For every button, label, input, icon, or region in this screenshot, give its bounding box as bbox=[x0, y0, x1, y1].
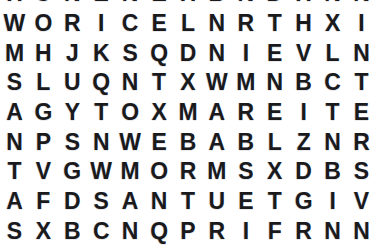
grid-cell[interactable]: K bbox=[87, 38, 116, 68]
grid-cell[interactable]: A bbox=[116, 187, 145, 217]
grid-cell[interactable]: V bbox=[347, 187, 376, 217]
grid-cell[interactable]: N bbox=[347, 217, 376, 247]
grid-cell[interactable]: X bbox=[29, 217, 58, 247]
grid-cell[interactable]: O bbox=[116, 98, 145, 128]
grid-cell[interactable]: N bbox=[87, 127, 116, 157]
grid-cell[interactable]: S bbox=[347, 157, 376, 187]
grid-cell[interactable]: Q bbox=[145, 217, 174, 247]
grid-cell[interactable]: M bbox=[202, 157, 231, 187]
grid-cell[interactable]: X bbox=[145, 98, 174, 128]
grid-cell[interactable]: M bbox=[116, 157, 145, 187]
grid-cell-clipped[interactable]: E bbox=[87, 0, 116, 9]
grid-cell[interactable]: S bbox=[116, 38, 145, 68]
grid-cell[interactable]: B bbox=[174, 127, 203, 157]
grid-cell[interactable]: W bbox=[87, 157, 116, 187]
word-search-grid: HUNENEHBNDHNNWORICELNRTHXIMHJKSQDNIEVLNS… bbox=[0, 0, 376, 246]
grid-cell-clipped[interactable]: H bbox=[0, 0, 29, 9]
grid-cell[interactable]: M bbox=[231, 68, 260, 98]
grid-cell[interactable]: B bbox=[231, 127, 260, 157]
grid-cell[interactable]: N bbox=[318, 127, 347, 157]
grid-cell[interactable]: X bbox=[260, 157, 289, 187]
grid-cell[interactable]: I bbox=[87, 9, 116, 39]
grid-cell[interactable]: I bbox=[318, 187, 347, 217]
grid-cell[interactable]: N bbox=[260, 68, 289, 98]
grid-cell[interactable]: A bbox=[0, 98, 29, 128]
grid-cell[interactable]: P bbox=[174, 217, 203, 247]
grid-cell[interactable]: H bbox=[289, 9, 318, 39]
grid-cell[interactable]: R bbox=[289, 217, 318, 247]
grid-cell[interactable]: E bbox=[260, 98, 289, 128]
grid-cell-clipped[interactable]: N bbox=[318, 0, 347, 9]
grid-cell[interactable]: E bbox=[145, 127, 174, 157]
grid-cell[interactable]: R bbox=[58, 9, 87, 39]
grid-cell[interactable]: C bbox=[116, 9, 145, 39]
grid-cell[interactable]: N bbox=[318, 217, 347, 247]
grid-cell[interactable]: Q bbox=[145, 38, 174, 68]
grid-cell[interactable]: L bbox=[29, 68, 58, 98]
grid-cell[interactable]: D bbox=[174, 38, 203, 68]
grid-cell[interactable]: T bbox=[145, 68, 174, 98]
grid-cell[interactable]: B bbox=[289, 68, 318, 98]
grid-cell[interactable]: U bbox=[58, 68, 87, 98]
grid-cell[interactable]: V bbox=[29, 157, 58, 187]
grid-cell[interactable]: R bbox=[174, 157, 203, 187]
grid-cell[interactable]: J bbox=[58, 38, 87, 68]
grid-cell[interactable]: I bbox=[231, 38, 260, 68]
grid-cell[interactable]: E bbox=[260, 38, 289, 68]
grid-cell[interactable]: X bbox=[318, 9, 347, 39]
grid-cell[interactable]: Z bbox=[289, 127, 318, 157]
grid-cell[interactable]: T bbox=[260, 187, 289, 217]
grid-cell[interactable]: F bbox=[260, 217, 289, 247]
grid-cell[interactable]: I bbox=[231, 217, 260, 247]
grid-cell[interactable]: B bbox=[318, 157, 347, 187]
grid-cell[interactable]: R bbox=[347, 127, 376, 157]
grid-cell[interactable]: T bbox=[174, 187, 203, 217]
grid-cell[interactable]: I bbox=[289, 98, 318, 128]
grid-cell[interactable]: N bbox=[202, 9, 231, 39]
grid-cell[interactable]: N bbox=[145, 187, 174, 217]
grid-cell[interactable]: S bbox=[0, 68, 29, 98]
grid-cell[interactable]: L bbox=[318, 38, 347, 68]
grid-cell[interactable]: H bbox=[29, 38, 58, 68]
grid-cell[interactable]: P bbox=[29, 127, 58, 157]
grid-cell[interactable]: A bbox=[202, 127, 231, 157]
grid-cell[interactable]: Q bbox=[87, 68, 116, 98]
grid-cell[interactable]: F bbox=[29, 187, 58, 217]
grid-cell[interactable]: A bbox=[202, 98, 231, 128]
grid-cell-clipped[interactable]: E bbox=[145, 0, 174, 9]
grid-cell[interactable]: E bbox=[231, 187, 260, 217]
grid-cell-clipped[interactable]: U bbox=[29, 0, 58, 9]
grid-cell[interactable]: G bbox=[58, 157, 87, 187]
grid-cell[interactable]: D bbox=[58, 187, 87, 217]
grid-cell[interactable]: N bbox=[202, 38, 231, 68]
grid-cell[interactable]: U bbox=[202, 187, 231, 217]
grid-cell[interactable]: N bbox=[347, 38, 376, 68]
grid-cell[interactable]: C bbox=[318, 68, 347, 98]
word-search-board: HUNENEHBNDHNNWORICELNRTHXIMHJKSQDNIEVLNS… bbox=[0, 0, 376, 251]
grid-cell[interactable]: A bbox=[0, 187, 29, 217]
grid-cell-clipped[interactable]: N bbox=[231, 0, 260, 9]
grid-cell[interactable]: W bbox=[202, 68, 231, 98]
grid-cell[interactable]: S bbox=[58, 127, 87, 157]
grid-cell[interactable]: T bbox=[318, 98, 347, 128]
grid-cell[interactable]: R bbox=[202, 217, 231, 247]
grid-cell[interactable]: N bbox=[0, 127, 29, 157]
grid-cell[interactable]: D bbox=[289, 157, 318, 187]
grid-cell[interactable]: L bbox=[260, 127, 289, 157]
grid-cell[interactable]: T bbox=[87, 98, 116, 128]
grid-cell[interactable]: N bbox=[116, 68, 145, 98]
grid-cell[interactable]: M bbox=[174, 98, 203, 128]
grid-cell[interactable]: O bbox=[29, 9, 58, 39]
grid-cell-clipped[interactable]: B bbox=[202, 0, 231, 9]
grid-cell[interactable]: R bbox=[231, 9, 260, 39]
grid-cell[interactable]: O bbox=[145, 157, 174, 187]
grid-cell-clipped[interactable]: N bbox=[116, 0, 145, 9]
grid-cell[interactable]: R bbox=[231, 98, 260, 128]
grid-cell[interactable]: V bbox=[289, 38, 318, 68]
grid-cell[interactable]: T bbox=[347, 68, 376, 98]
grid-cell[interactable]: S bbox=[231, 157, 260, 187]
grid-cell-clipped[interactable]: H bbox=[174, 0, 203, 9]
grid-cell[interactable]: W bbox=[0, 9, 29, 39]
grid-cell[interactable]: B bbox=[58, 217, 87, 247]
grid-cell[interactable]: T bbox=[260, 9, 289, 39]
grid-cell-clipped[interactable]: N bbox=[58, 0, 87, 9]
grid-cell[interactable]: X bbox=[174, 68, 203, 98]
grid-cell-clipped[interactable]: H bbox=[289, 0, 318, 9]
grid-cell[interactable]: C bbox=[87, 217, 116, 247]
grid-cell[interactable]: Y bbox=[58, 98, 87, 128]
grid-cell[interactable]: G bbox=[289, 187, 318, 217]
grid-cell[interactable]: S bbox=[87, 187, 116, 217]
grid-cell[interactable]: G bbox=[29, 98, 58, 128]
grid-cell[interactable]: E bbox=[145, 9, 174, 39]
grid-cell[interactable]: I bbox=[347, 9, 376, 39]
grid-cell[interactable]: E bbox=[347, 98, 376, 128]
grid-cell[interactable]: M bbox=[0, 38, 29, 68]
grid-cell[interactable]: N bbox=[116, 217, 145, 247]
grid-cell[interactable]: S bbox=[0, 217, 29, 247]
grid-cell[interactable]: L bbox=[174, 9, 203, 39]
grid-cell-clipped[interactable]: D bbox=[260, 0, 289, 9]
grid-cell[interactable]: T bbox=[0, 157, 29, 187]
grid-cell[interactable]: W bbox=[116, 127, 145, 157]
grid-cell-clipped[interactable]: N bbox=[347, 0, 376, 9]
